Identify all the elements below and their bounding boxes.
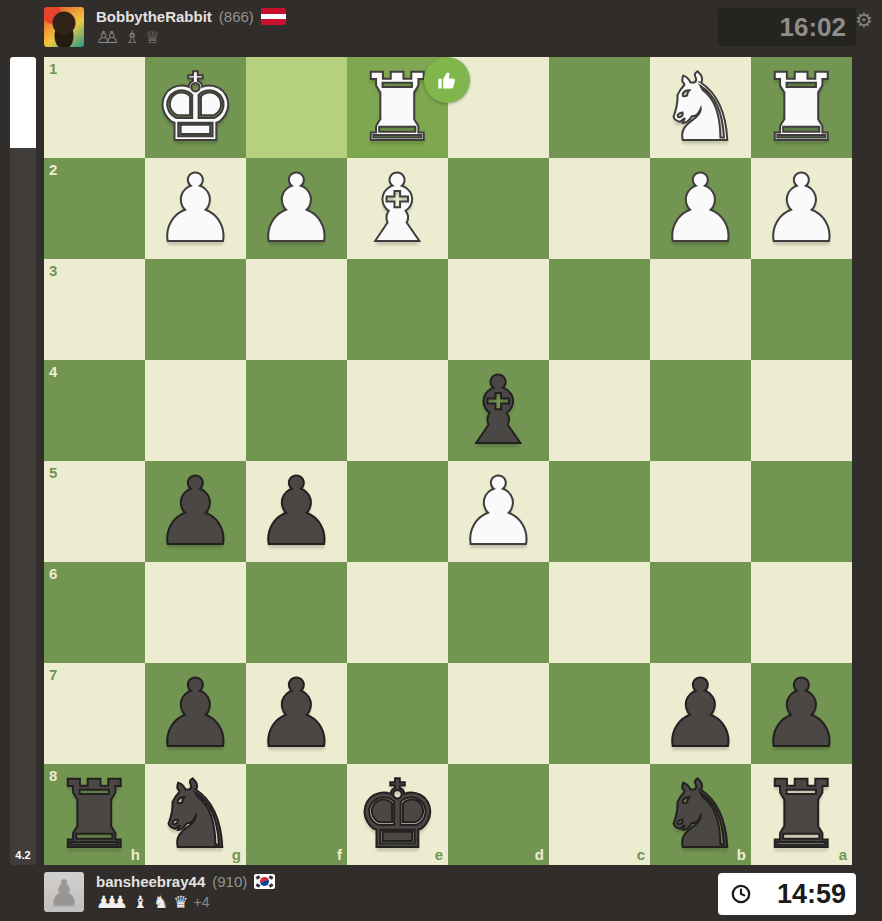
- rank-label-4: 4: [49, 364, 57, 379]
- square-e2[interactable]: ♝: [347, 158, 448, 259]
- captured-group: ♗: [124, 29, 139, 46]
- square-g6[interactable]: [145, 562, 246, 663]
- piece-wP-d5[interactable]: ♟: [448, 461, 549, 562]
- file-label-f: f: [337, 847, 342, 862]
- piece-wP-g2[interactable]: ♟: [145, 158, 246, 259]
- rank-label-2: 2: [49, 162, 57, 177]
- square-f2[interactable]: ♟: [246, 158, 347, 259]
- square-a8[interactable]: a♜: [751, 764, 852, 865]
- austria-flag-icon: [261, 8, 286, 25]
- captured-pieces-top: ♙♙♗♕: [96, 28, 286, 46]
- square-c6[interactable]: [549, 562, 650, 663]
- square-a1[interactable]: ♜: [751, 57, 852, 158]
- square-b3[interactable]: [650, 259, 751, 360]
- square-f1[interactable]: [246, 57, 347, 158]
- square-c5[interactable]: [549, 461, 650, 562]
- player-rating-top: (866): [219, 8, 254, 25]
- square-d2[interactable]: [448, 158, 549, 259]
- thumbs-up-icon: [435, 68, 460, 93]
- piece-wN-b1[interactable]: ♞: [650, 57, 751, 158]
- file-label-d: d: [535, 847, 544, 862]
- square-g5[interactable]: ♟: [145, 461, 246, 562]
- square-d6[interactable]: [448, 562, 549, 663]
- captured-group: ♛: [173, 894, 188, 911]
- square-f7[interactable]: ♟: [246, 663, 347, 764]
- square-h1[interactable]: 1: [44, 57, 145, 158]
- captured-group: ♟♟♟: [96, 894, 128, 911]
- square-h3[interactable]: 3: [44, 259, 145, 360]
- square-e4[interactable]: [347, 360, 448, 461]
- avatar-top-player[interactable]: [44, 7, 84, 47]
- square-e8[interactable]: e♚: [347, 764, 448, 865]
- square-h2[interactable]: 2: [44, 158, 145, 259]
- square-b4[interactable]: [650, 360, 751, 461]
- square-g2[interactable]: ♟: [145, 158, 246, 259]
- square-f3[interactable]: [246, 259, 347, 360]
- square-f6[interactable]: [246, 562, 347, 663]
- captured-group: ♕: [145, 29, 160, 46]
- square-a7[interactable]: ♟: [751, 663, 852, 764]
- clock-icon: [730, 883, 752, 905]
- rank-label-5: 5: [49, 465, 57, 480]
- square-a6[interactable]: [751, 562, 852, 663]
- player-name-top[interactable]: BobbytheRabbit: [96, 8, 212, 25]
- piece-wP-b2[interactable]: ♟: [650, 158, 751, 259]
- piece-bN-g8[interactable]: ♞: [145, 764, 246, 865]
- square-d3[interactable]: [448, 259, 549, 360]
- piece-bP-g5[interactable]: ♟: [145, 461, 246, 562]
- evaluation-bar: 4.2: [10, 57, 36, 865]
- square-g4[interactable]: [145, 360, 246, 461]
- square-g1[interactable]: ♚: [145, 57, 246, 158]
- evaluation-bar-white-section: [10, 57, 36, 148]
- square-h7[interactable]: 7: [44, 663, 145, 764]
- square-c7[interactable]: [549, 663, 650, 764]
- square-c1[interactable]: [549, 57, 650, 158]
- square-b8[interactable]: b♞: [650, 764, 751, 865]
- square-c3[interactable]: [549, 259, 650, 360]
- player-info-bottom: bansheebray44 (910) ♟♟♟♝♞♛ +4: [96, 872, 275, 911]
- player-rating-bottom: (910): [212, 873, 247, 890]
- captured-group: ♝: [133, 894, 148, 911]
- clock-top: 16:02: [718, 8, 856, 46]
- clock-top-time: 16:02: [780, 12, 847, 43]
- square-e7[interactable]: [347, 663, 448, 764]
- square-d5[interactable]: ♟: [448, 461, 549, 562]
- square-c8[interactable]: c: [549, 764, 650, 865]
- square-b5[interactable]: [650, 461, 751, 562]
- square-h6[interactable]: 6: [44, 562, 145, 663]
- piece-bR-h8[interactable]: ♜: [44, 764, 145, 865]
- square-b2[interactable]: ♟: [650, 158, 751, 259]
- piece-bP-b7[interactable]: ♟: [650, 663, 751, 764]
- piece-bP-f7[interactable]: ♟: [246, 663, 347, 764]
- clock-bottom-time: 14:59: [752, 879, 846, 910]
- square-f5[interactable]: ♟: [246, 461, 347, 562]
- square-h5[interactable]: 5: [44, 461, 145, 562]
- chess-game-page: BobbytheRabbit (866) ♙♙♗♕ 16:02 ⚙ 4.2 1♚…: [0, 0, 882, 921]
- piece-wB-e2[interactable]: ♝: [347, 158, 448, 259]
- clock-bottom-active: 14:59: [718, 873, 856, 915]
- chess-board: 1♚♜♞♜2♟♟♝♟♟34♝5♟♟♟67♟♟♟♟8h♜g♞fe♚dcb♞a♜: [44, 57, 852, 865]
- square-b1[interactable]: ♞: [650, 57, 751, 158]
- piece-bR-a8[interactable]: ♜: [751, 764, 852, 865]
- south-korea-flag-icon: [254, 874, 275, 889]
- square-g3[interactable]: [145, 259, 246, 360]
- square-e5[interactable]: [347, 461, 448, 562]
- captured-pieces-bottom: ♟♟♟♝♞♛: [96, 894, 188, 911]
- square-a4[interactable]: [751, 360, 852, 461]
- square-a2[interactable]: ♟: [751, 158, 852, 259]
- rank-label-6: 6: [49, 566, 57, 581]
- captured-group: ♞: [153, 894, 168, 911]
- piece-bN-b8[interactable]: ♞: [650, 764, 751, 865]
- default-pawn-avatar-icon: ♟: [49, 875, 79, 909]
- avatar-bottom-player[interactable]: ♟: [44, 872, 84, 912]
- square-h8[interactable]: 8h♜: [44, 764, 145, 865]
- square-f8[interactable]: f: [246, 764, 347, 865]
- settings-gear-icon[interactable]: ⚙: [855, 10, 873, 30]
- square-d7[interactable]: [448, 663, 549, 764]
- evaluation-value: 4.2: [10, 849, 36, 861]
- player-name-bottom[interactable]: bansheebray44: [96, 873, 205, 890]
- good-move-badge: [424, 57, 470, 103]
- square-d4[interactable]: ♝: [448, 360, 549, 461]
- square-c4[interactable]: [549, 360, 650, 461]
- piece-bP-f5[interactable]: ♟: [246, 461, 347, 562]
- square-e6[interactable]: [347, 562, 448, 663]
- square-a5[interactable]: [751, 461, 852, 562]
- material-advantage: +4: [193, 894, 209, 910]
- square-g7[interactable]: ♟: [145, 663, 246, 764]
- rank-label-3: 3: [49, 263, 57, 278]
- square-f4[interactable]: [246, 360, 347, 461]
- square-h4[interactable]: 4: [44, 360, 145, 461]
- square-g8[interactable]: g♞: [145, 764, 246, 865]
- player-info-top: BobbytheRabbit (866) ♙♙♗♕: [96, 7, 286, 46]
- piece-wR-a1[interactable]: ♜: [751, 57, 852, 158]
- piece-bK-e8[interactable]: ♚: [347, 764, 448, 865]
- captured-row-bottom: ♟♟♟♝♞♛ +4: [96, 893, 275, 911]
- piece-bP-g7[interactable]: ♟: [145, 663, 246, 764]
- piece-wP-f2[interactable]: ♟: [246, 158, 347, 259]
- square-a3[interactable]: [751, 259, 852, 360]
- piece-bB-d4[interactable]: ♝: [448, 360, 549, 461]
- square-b7[interactable]: ♟: [650, 663, 751, 764]
- rank-label-7: 7: [49, 667, 57, 682]
- file-label-c: c: [637, 847, 645, 862]
- square-e3[interactable]: [347, 259, 448, 360]
- square-d8[interactable]: d: [448, 764, 549, 865]
- square-c2[interactable]: [549, 158, 650, 259]
- piece-wP-a2[interactable]: ♟: [751, 158, 852, 259]
- piece-bP-a7[interactable]: ♟: [751, 663, 852, 764]
- captured-group: ♙♙: [96, 29, 119, 46]
- square-b6[interactable]: [650, 562, 751, 663]
- piece-wK-g1[interactable]: ♚: [145, 57, 246, 158]
- rank-label-1: 1: [49, 61, 57, 76]
